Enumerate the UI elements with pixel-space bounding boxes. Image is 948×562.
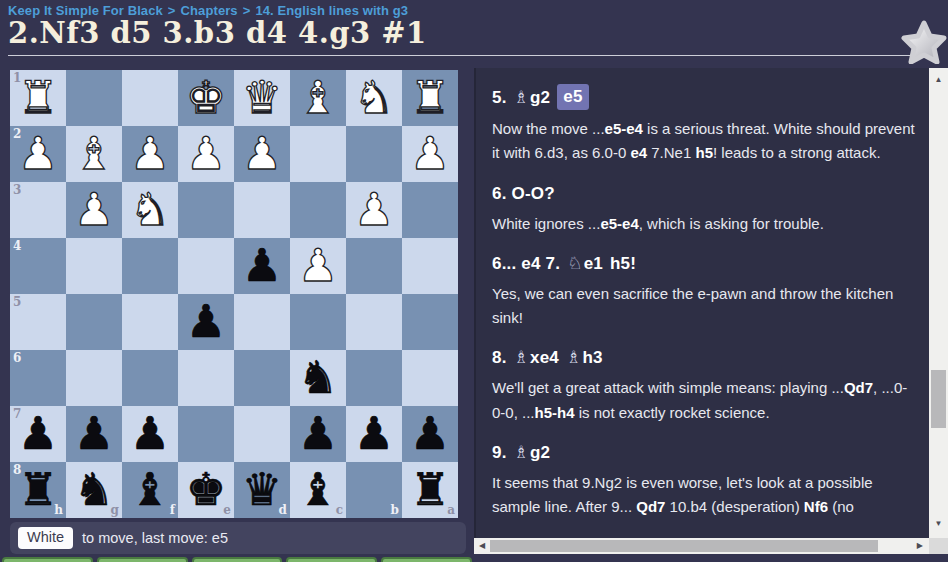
rank-label: 3 — [13, 184, 21, 196]
square-a5[interactable] — [402, 294, 458, 350]
bottom-action-button-2[interactable] — [97, 557, 188, 562]
white-pawn: ♟ — [290, 238, 346, 294]
square-g3[interactable]: ♟ — [66, 182, 122, 238]
annotation-section: 6... e4 7.♘e1h5!Yes, we can even sacrifi… — [492, 252, 917, 331]
annotation-text: Yes, we can even sacrifice the e-pawn an… — [492, 282, 917, 331]
bishop-figurine-icon: ♗ — [514, 441, 529, 464]
square-b1[interactable]: ♞ — [346, 70, 402, 126]
square-f2[interactable]: ♟ — [122, 126, 178, 182]
square-g4[interactable] — [66, 238, 122, 294]
black-pawn: ♟ — [346, 406, 402, 462]
square-h7[interactable]: 7♟ — [10, 406, 66, 462]
white-pawn: ♟ — [402, 126, 458, 182]
square-e5[interactable]: ♟ — [178, 294, 234, 350]
move-header: 6... e4 7.♘e1h5! — [492, 252, 917, 275]
square-a2[interactable]: ♟ — [402, 126, 458, 182]
black-king: ♚ — [178, 462, 234, 518]
bottom-action-button-3[interactable] — [192, 557, 283, 562]
square-c6[interactable]: ♞ — [290, 350, 346, 406]
annotation-list: 5.♗g2e5Now the move ...e5-e4 is a seriou… — [492, 84, 917, 520]
square-e8[interactable]: e♚ — [178, 462, 234, 518]
annotation-text: Now the move ...e5-e4 is a serious threa… — [492, 117, 917, 166]
square-b4[interactable] — [346, 238, 402, 294]
move-text[interactable]: 9. — [492, 441, 507, 464]
scroll-right-icon[interactable]: ▶ — [917, 538, 923, 554]
black-bishop: ♝ — [122, 462, 178, 518]
bishop-figurine-icon: ♗ — [514, 86, 529, 109]
square-h8[interactable]: 8h♜ — [10, 462, 66, 518]
scrollbar-corner — [929, 538, 948, 554]
horizontal-scrollbar[interactable]: ◀ ▶ — [474, 538, 929, 554]
square-d5[interactable] — [234, 294, 290, 350]
black-rook: ♜ — [402, 462, 458, 518]
square-b6[interactable] — [346, 350, 402, 406]
black-pawn: ♟ — [10, 406, 66, 462]
square-f6[interactable] — [122, 350, 178, 406]
square-a8[interactable]: a♜ — [402, 462, 458, 518]
rank-label: 5 — [13, 296, 21, 308]
move-header: 5.♗g2e5 — [492, 84, 917, 110]
square-d2[interactable]: ♟ — [234, 126, 290, 182]
square-c4[interactable]: ♟ — [290, 238, 346, 294]
square-a4[interactable] — [402, 238, 458, 294]
square-d7[interactable] — [234, 406, 290, 462]
annotation-section: 9.♗g2It seems that 9.Ng2 is even worse, … — [492, 441, 917, 520]
rank-label: 6 — [13, 352, 21, 364]
square-b8[interactable]: b — [346, 462, 402, 518]
square-f8[interactable]: f♝ — [122, 462, 178, 518]
square-c7[interactable]: ♟ — [290, 406, 346, 462]
black-pawn: ♟ — [290, 406, 346, 462]
move-text[interactable]: 5. — [492, 86, 507, 109]
white-knight: ♞ — [122, 182, 178, 238]
square-g6[interactable] — [66, 350, 122, 406]
square-b7[interactable]: ♟ — [346, 406, 402, 462]
square-e7[interactable] — [178, 406, 234, 462]
black-knight: ♞ — [290, 350, 346, 406]
bishop-figurine-icon: ♗ — [514, 346, 529, 369]
annotation-section: 8.♗xe4♗h3We'll get a great attack with s… — [492, 346, 917, 425]
white-rook: ♜ — [10, 70, 66, 126]
scroll-left-icon[interactable]: ◀ — [479, 538, 485, 554]
black-bishop: ♝ — [290, 462, 346, 518]
file-label: b — [391, 504, 399, 516]
black-pawn: ♟ — [402, 406, 458, 462]
status-bar: White to move, last move: e5 — [10, 522, 466, 554]
square-f4[interactable] — [122, 238, 178, 294]
square-b5[interactable] — [346, 294, 402, 350]
status-text: to move, last move: e5 — [82, 530, 228, 546]
black-pawn: ♟ — [122, 406, 178, 462]
annotation-panel: 5.♗g2e5Now the move ...e5-e4 is a seriou… — [474, 68, 929, 538]
square-e1[interactable]: ♚ — [178, 70, 234, 126]
square-c5[interactable] — [290, 294, 346, 350]
square-g2[interactable]: ♝ — [66, 126, 122, 182]
move-header: 6. O-O? — [492, 182, 917, 205]
black-pawn: ♟ — [178, 294, 234, 350]
black-queen: ♛ — [234, 462, 290, 518]
square-a1[interactable]: ♜ — [402, 70, 458, 126]
white-bishop: ♝ — [290, 70, 346, 126]
white-rook: ♜ — [402, 70, 458, 126]
bottom-button-row — [2, 557, 472, 562]
chess-board: 1♜♚♛♝♞♜2♟♝♟♟♟♟3♟♞♟4♟♟5♟6♞7♟♟♟♟♟♟8h♜g♞f♝e… — [10, 70, 458, 518]
move-text[interactable]: 6. O-O? — [492, 182, 555, 205]
square-h4[interactable]: 4 — [10, 238, 66, 294]
square-a7[interactable]: ♟ — [402, 406, 458, 462]
white-king: ♚ — [178, 70, 234, 126]
white-pawn: ♟ — [346, 182, 402, 238]
square-d1[interactable]: ♛ — [234, 70, 290, 126]
square-f1[interactable] — [122, 70, 178, 126]
horizontal-scrollbar-thumb[interactable] — [490, 540, 878, 552]
square-d6[interactable] — [234, 350, 290, 406]
rank-label: 4 — [13, 240, 21, 252]
square-g1[interactable] — [66, 70, 122, 126]
selected-move[interactable]: e5 — [557, 84, 588, 110]
square-h6[interactable]: 6 — [10, 350, 66, 406]
annotation-section: 6. O-O?White ignores ...e5-e4, which is … — [492, 182, 917, 236]
move-text[interactable]: g2 — [530, 86, 550, 109]
square-e4[interactable] — [178, 238, 234, 294]
move-header: 8.♗xe4♗h3 — [492, 346, 917, 369]
square-g8[interactable]: g♞ — [66, 462, 122, 518]
white-pawn: ♟ — [66, 182, 122, 238]
black-pawn: ♟ — [234, 238, 290, 294]
square-f5[interactable] — [122, 294, 178, 350]
square-g5[interactable] — [66, 294, 122, 350]
side-to-move-badge: White — [18, 527, 73, 549]
white-queen: ♛ — [234, 70, 290, 126]
black-pawn: ♟ — [66, 406, 122, 462]
white-pawn: ♟ — [234, 126, 290, 182]
square-h5[interactable]: 5 — [10, 294, 66, 350]
square-h3[interactable]: 3 — [10, 182, 66, 238]
white-pawn: ♟ — [10, 126, 66, 182]
square-b2[interactable] — [346, 126, 402, 182]
annotation-section: 5.♗g2e5Now the move ...e5-e4 is a seriou… — [492, 84, 917, 166]
knight-figurine-icon: ♘ — [567, 252, 582, 275]
white-knight: ♞ — [346, 70, 402, 126]
move-text[interactable]: e1 — [584, 252, 603, 275]
annotation-text: We'll get a great attack with simple mea… — [492, 376, 917, 425]
vertical-scrollbar-thumb[interactable] — [931, 370, 946, 428]
square-c3[interactable] — [290, 182, 346, 238]
square-d4[interactable]: ♟ — [234, 238, 290, 294]
bottom-action-button-4[interactable] — [286, 557, 377, 562]
move-text[interactable]: 6... e4 7. — [492, 252, 560, 275]
square-c8[interactable]: c♝ — [290, 462, 346, 518]
square-g7[interactable]: ♟ — [66, 406, 122, 462]
black-rook: ♜ — [10, 462, 66, 518]
square-c1[interactable]: ♝ — [290, 70, 346, 126]
square-f7[interactable]: ♟ — [122, 406, 178, 462]
square-e3[interactable] — [178, 182, 234, 238]
square-e6[interactable] — [178, 350, 234, 406]
scroll-up-icon[interactable]: ▲ — [929, 76, 948, 84]
white-pawn: ♟ — [178, 126, 234, 182]
move-text[interactable]: h3 — [582, 346, 602, 369]
square-c2[interactable] — [290, 126, 346, 182]
bishop-figurine-icon: ♗ — [566, 346, 581, 369]
move-header: 9.♗g2 — [492, 441, 917, 464]
square-d3[interactable] — [234, 182, 290, 238]
move-text[interactable]: g2 — [530, 441, 550, 464]
bottom-action-button-1[interactable] — [2, 557, 93, 562]
square-e2[interactable]: ♟ — [178, 126, 234, 182]
annotation-text: It seems that 9.Ng2 is even worse, let's… — [492, 471, 917, 520]
move-text[interactable]: 8. — [492, 346, 507, 369]
vertical-scrollbar[interactable]: ▲ ▼ — [929, 68, 948, 538]
square-b3[interactable]: ♟ — [346, 182, 402, 238]
square-a3[interactable] — [402, 182, 458, 238]
scroll-down-icon[interactable]: ▼ — [929, 520, 948, 528]
square-h2[interactable]: 2♟ — [10, 126, 66, 182]
annotation-text: White ignores ...e5-e4, which is asking … — [492, 212, 917, 236]
square-a6[interactable] — [402, 350, 458, 406]
square-d8[interactable]: d♛ — [234, 462, 290, 518]
move-text[interactable]: xe4 — [530, 346, 559, 369]
black-knight: ♞ — [66, 462, 122, 518]
page-title: 2.Nf3 d5 3.b3 d4 4.g3 #1 — [8, 16, 427, 50]
square-f3[interactable]: ♞ — [122, 182, 178, 238]
white-pawn: ♟ — [122, 126, 178, 182]
title-divider — [8, 55, 916, 56]
favorite-star-icon[interactable] — [901, 20, 947, 64]
square-h1[interactable]: 1♜ — [10, 70, 66, 126]
move-text[interactable]: h5! — [610, 252, 636, 275]
white-bishop: ♝ — [66, 126, 122, 182]
bottom-action-button-5[interactable] — [381, 557, 472, 562]
